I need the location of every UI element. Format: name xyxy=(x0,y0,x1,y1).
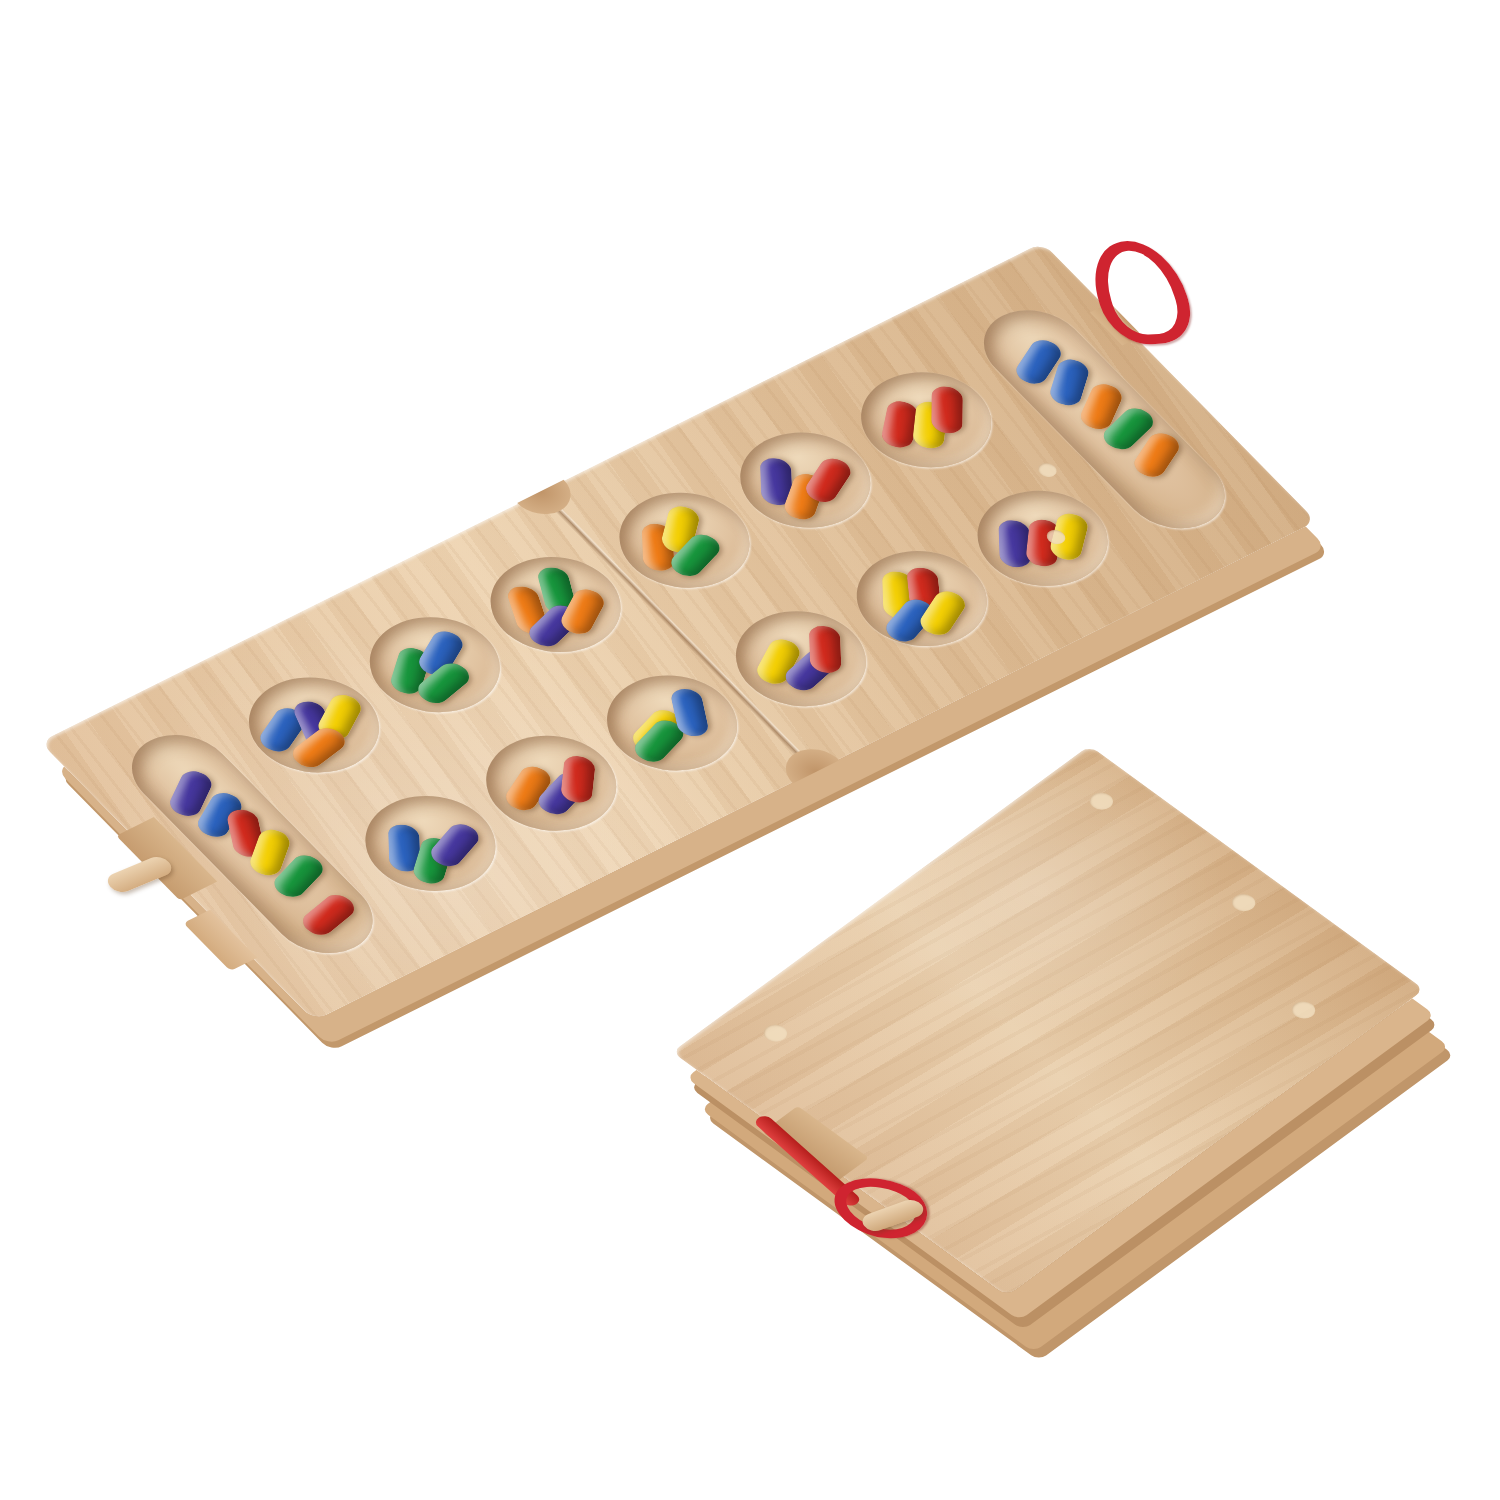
piece-red xyxy=(560,754,596,805)
dowel-dot xyxy=(1287,998,1320,1022)
dowel-dot xyxy=(1227,890,1260,914)
dowel-dot xyxy=(759,1021,792,1045)
piece-red xyxy=(931,385,963,435)
dowel-dot xyxy=(1085,789,1118,813)
piece-red xyxy=(297,890,360,939)
piece-red xyxy=(809,625,842,675)
closed-mancala-box xyxy=(672,745,1424,1296)
product-photo-scene xyxy=(0,0,1500,1500)
